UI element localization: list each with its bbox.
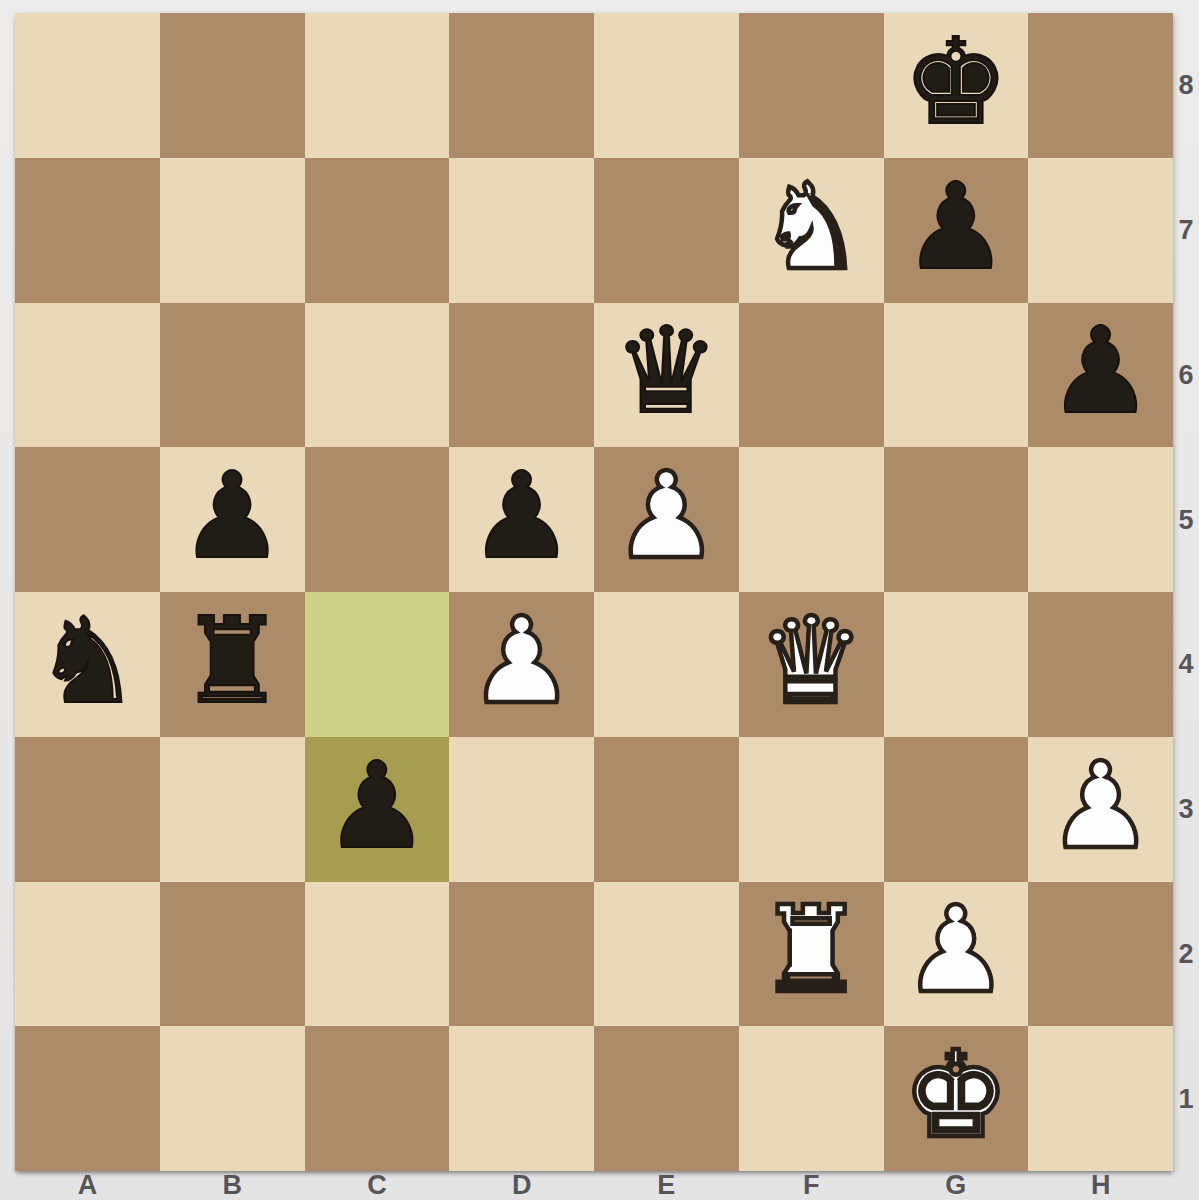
piece-white-pawn[interactable]: ♟: [1047, 747, 1154, 866]
square-d6[interactable]: [449, 303, 594, 448]
rank-label-4: 4: [1178, 649, 1193, 680]
square-a2[interactable]: [15, 882, 160, 1027]
rank-label-2: 2: [1178, 938, 1193, 969]
square-d2[interactable]: [449, 882, 594, 1027]
square-h3[interactable]: ♟: [1028, 737, 1173, 882]
piece-black-pawn[interactable]: ♟: [903, 168, 1010, 287]
file-label-b: B: [222, 1171, 242, 1200]
square-e1[interactable]: [594, 1026, 739, 1171]
square-g2[interactable]: ♟: [884, 882, 1029, 1027]
square-d7[interactable]: [449, 158, 594, 303]
square-a5[interactable]: [15, 447, 160, 592]
square-d5[interactable]: ♟: [449, 447, 594, 592]
square-c1[interactable]: [305, 1026, 450, 1171]
piece-white-king[interactable]: ♚: [903, 1036, 1010, 1155]
square-e8[interactable]: [594, 13, 739, 158]
file-label-f: F: [803, 1171, 820, 1200]
square-h2[interactable]: [1028, 882, 1173, 1027]
piece-white-pawn[interactable]: ♟: [468, 602, 575, 721]
square-g5[interactable]: [884, 447, 1029, 592]
square-b1[interactable]: [160, 1026, 305, 1171]
piece-white-pawn[interactable]: ♟: [903, 891, 1010, 1010]
piece-white-pawn[interactable]: ♟: [613, 457, 720, 576]
square-a3[interactable]: [15, 737, 160, 882]
file-label-c: C: [367, 1171, 387, 1200]
square-f8[interactable]: [739, 13, 884, 158]
square-b5[interactable]: ♟: [160, 447, 305, 592]
piece-black-rook[interactable]: ♜: [179, 602, 286, 721]
chess-board: ♚♞♟♛♟♟♟♟♞♜♟♛♟♟♜♟♚: [15, 13, 1173, 1171]
square-e2[interactable]: [594, 882, 739, 1027]
square-g4[interactable]: [884, 592, 1029, 737]
square-d3[interactable]: [449, 737, 594, 882]
square-h5[interactable]: [1028, 447, 1173, 592]
square-e7[interactable]: [594, 158, 739, 303]
square-c6[interactable]: [305, 303, 450, 448]
square-d8[interactable]: [449, 13, 594, 158]
square-g3[interactable]: [884, 737, 1029, 882]
piece-black-pawn[interactable]: ♟: [324, 747, 431, 866]
square-h6[interactable]: ♟: [1028, 303, 1173, 448]
rank-label-7: 7: [1178, 215, 1193, 246]
file-label-h: H: [1091, 1171, 1111, 1200]
square-h7[interactable]: [1028, 158, 1173, 303]
file-label-d: D: [512, 1171, 532, 1200]
piece-black-pawn[interactable]: ♟: [179, 457, 286, 576]
square-f4[interactable]: ♛: [739, 592, 884, 737]
square-d1[interactable]: [449, 1026, 594, 1171]
square-d4[interactable]: ♟: [449, 592, 594, 737]
square-f6[interactable]: [739, 303, 884, 448]
square-g1[interactable]: ♚: [884, 1026, 1029, 1171]
square-a4[interactable]: ♞: [15, 592, 160, 737]
piece-white-queen[interactable]: ♛: [758, 602, 865, 721]
square-a6[interactable]: [15, 303, 160, 448]
square-c3[interactable]: ♟: [305, 737, 450, 882]
file-label-a: A: [78, 1171, 98, 1200]
square-b6[interactable]: [160, 303, 305, 448]
square-b2[interactable]: [160, 882, 305, 1027]
square-b4[interactable]: ♜: [160, 592, 305, 737]
square-f7[interactable]: ♞: [739, 158, 884, 303]
rank-label-3: 3: [1178, 794, 1193, 825]
piece-black-knight[interactable]: ♞: [34, 602, 141, 721]
file-label-g: G: [945, 1171, 966, 1200]
square-h8[interactable]: [1028, 13, 1173, 158]
piece-black-king[interactable]: ♚: [903, 23, 1010, 142]
rank-label-6: 6: [1178, 359, 1193, 390]
square-b3[interactable]: [160, 737, 305, 882]
square-a1[interactable]: [15, 1026, 160, 1171]
square-c5[interactable]: [305, 447, 450, 592]
square-c4[interactable]: [305, 592, 450, 737]
square-f2[interactable]: ♜: [739, 882, 884, 1027]
square-a8[interactable]: [15, 13, 160, 158]
piece-black-pawn[interactable]: ♟: [468, 457, 575, 576]
piece-black-queen[interactable]: ♛: [613, 312, 720, 431]
square-c2[interactable]: [305, 882, 450, 1027]
square-g7[interactable]: ♟: [884, 158, 1029, 303]
square-e4[interactable]: [594, 592, 739, 737]
rank-label-8: 8: [1178, 70, 1193, 101]
square-b8[interactable]: [160, 13, 305, 158]
square-h1[interactable]: [1028, 1026, 1173, 1171]
square-f3[interactable]: [739, 737, 884, 882]
file-label-e: E: [657, 1171, 675, 1200]
rank-label-5: 5: [1178, 504, 1193, 535]
square-g8[interactable]: ♚: [884, 13, 1029, 158]
square-f5[interactable]: [739, 447, 884, 592]
square-c8[interactable]: [305, 13, 450, 158]
square-e5[interactable]: ♟: [594, 447, 739, 592]
rank-label-1: 1: [1178, 1083, 1193, 1114]
square-b7[interactable]: [160, 158, 305, 303]
square-g6[interactable]: [884, 303, 1029, 448]
piece-black-pawn[interactable]: ♟: [1047, 312, 1154, 431]
square-e6[interactable]: ♛: [594, 303, 739, 448]
square-h4[interactable]: [1028, 592, 1173, 737]
piece-white-rook[interactable]: ♜: [758, 891, 865, 1010]
square-e3[interactable]: [594, 737, 739, 882]
square-a7[interactable]: [15, 158, 160, 303]
square-c7[interactable]: [305, 158, 450, 303]
square-f1[interactable]: [739, 1026, 884, 1171]
piece-white-knight[interactable]: ♞: [758, 168, 865, 287]
